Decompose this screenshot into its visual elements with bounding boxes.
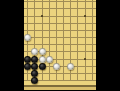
board-bottom-edge-line: [24, 85, 96, 86]
white-stone-L4: [46, 56, 53, 63]
black-stone-J1: [31, 77, 38, 84]
black-stone-J3: [31, 63, 38, 70]
black-stone-K3: [39, 63, 46, 70]
grid-line-horizontal: [24, 37, 96, 38]
grid-line-horizontal: [24, 44, 96, 45]
black-stone-H3: [24, 63, 31, 70]
grid-line-horizontal: [24, 23, 96, 24]
white-stone-M3: [53, 63, 60, 70]
grid-line-horizontal: [24, 1, 96, 2]
white-stone-K4: [39, 56, 46, 63]
go-board: [24, 0, 96, 90]
grid-line-horizontal: [24, 8, 96, 9]
white-stone-H7: [24, 34, 31, 41]
grid-line-vertical: [49, 0, 50, 81]
white-stone-K5: [39, 48, 46, 55]
letterbox-right: [96, 0, 120, 90]
white-stone-O3: [67, 63, 74, 70]
screenshot-canvas: [0, 0, 120, 90]
black-stone-J4: [31, 56, 38, 63]
grid-line-vertical: [85, 0, 86, 81]
board-edge-wood: [24, 87, 96, 91]
black-stone-J2: [31, 70, 38, 77]
grid-line-horizontal: [24, 30, 96, 31]
grid-line-vertical: [92, 0, 93, 81]
grid-line-vertical: [77, 0, 78, 81]
star-point-Q10: [84, 15, 86, 17]
grid-line-vertical: [63, 0, 64, 81]
letterbox-left: [0, 0, 24, 90]
star-point-K10: [41, 15, 43, 17]
white-stone-J5: [31, 48, 38, 55]
black-stone-H4: [24, 56, 31, 63]
star-point-Q4: [84, 58, 86, 60]
